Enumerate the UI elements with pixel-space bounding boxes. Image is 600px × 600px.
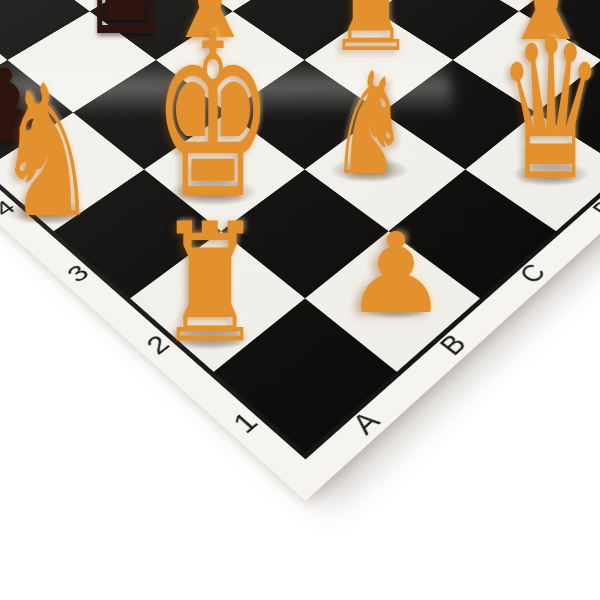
piece-white-queen-d1[interactable]: ♛ [497,14,600,207]
piece-white-knight-a4[interactable]: ♞ [0,61,98,243]
projection-squeeze: 12345678 ABCDEFGH [61,0,541,600]
piece-white-knight-c2[interactable]: ♞ [330,54,408,195]
piece-white-rook-a2[interactable]: ♜ [157,202,263,366]
chess-photo-stage: 12345678 ABCDEFGH ♟♚♝♜♝♞♚♞♛♜♟ [0,0,600,600]
perspective-scene: 12345678 ABCDEFGH [61,0,541,600]
piece-white-pawn-b1[interactable]: ♟ [344,218,448,329]
